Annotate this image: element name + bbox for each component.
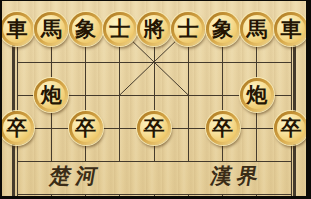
piece-black-elephant[interactable]: 象 <box>206 12 240 46</box>
piece-face: 卒 <box>72 114 100 142</box>
piece-face: 卒 <box>277 114 305 142</box>
piece-black-soldier[interactable]: 卒 <box>206 111 240 145</box>
piece-face: 士 <box>174 15 202 43</box>
piece-face: 士 <box>106 15 134 43</box>
piece-black-chariot[interactable]: 車 <box>274 12 306 46</box>
piece-char: 士 <box>178 18 199 39</box>
piece-char: 車 <box>281 18 302 39</box>
piece-char: 卒 <box>75 117 96 138</box>
piece-face: 馬 <box>37 15 65 43</box>
piece-char: 炮 <box>246 84 267 105</box>
piece-char: 象 <box>212 18 233 39</box>
piece-black-elephant[interactable]: 象 <box>69 12 103 46</box>
piece-char: 卒 <box>281 117 302 138</box>
piece-char: 將 <box>144 18 165 39</box>
piece-face: 卒 <box>3 114 31 142</box>
xiangqi-board[interactable]: 楚河 漢界 車馬象士將士象馬車炮炮卒卒卒卒卒 <box>2 1 306 196</box>
game-window-frame: 楚河 漢界 車馬象士將士象馬車炮炮卒卒卒卒卒 <box>0 0 311 199</box>
piece-char: 馬 <box>246 18 267 39</box>
piece-black-advisor[interactable]: 士 <box>171 12 205 46</box>
piece-black-cannon[interactable]: 炮 <box>34 78 68 112</box>
piece-face: 象 <box>72 15 100 43</box>
piece-face: 炮 <box>243 81 271 109</box>
piece-face: 炮 <box>37 81 65 109</box>
piece-black-advisor[interactable]: 士 <box>103 12 137 46</box>
piece-black-horse[interactable]: 馬 <box>240 12 274 46</box>
piece-black-soldier[interactable]: 卒 <box>274 111 306 145</box>
piece-face: 象 <box>209 15 237 43</box>
piece-black-soldier[interactable]: 卒 <box>137 111 171 145</box>
piece-char: 車 <box>7 18 28 39</box>
piece-face: 卒 <box>140 114 168 142</box>
piece-face: 馬 <box>243 15 271 43</box>
piece-char: 卒 <box>7 117 28 138</box>
piece-char: 士 <box>109 18 130 39</box>
piece-char: 卒 <box>144 117 165 138</box>
piece-char: 卒 <box>212 117 233 138</box>
piece-black-soldier[interactable]: 卒 <box>69 111 103 145</box>
piece-layer: 車馬象士將士象馬車炮炮卒卒卒卒卒 <box>2 13 306 197</box>
piece-char: 馬 <box>41 18 62 39</box>
piece-char: 象 <box>75 18 96 39</box>
piece-face: 車 <box>277 15 305 43</box>
piece-black-cannon[interactable]: 炮 <box>240 78 274 112</box>
piece-black-general[interactable]: 將 <box>137 12 171 46</box>
piece-black-horse[interactable]: 馬 <box>34 12 68 46</box>
piece-face: 將 <box>140 15 168 43</box>
piece-face: 卒 <box>209 114 237 142</box>
piece-face: 車 <box>3 15 31 43</box>
piece-char: 炮 <box>41 84 62 105</box>
piece-black-soldier[interactable]: 卒 <box>2 111 34 145</box>
piece-black-chariot[interactable]: 車 <box>2 12 34 46</box>
